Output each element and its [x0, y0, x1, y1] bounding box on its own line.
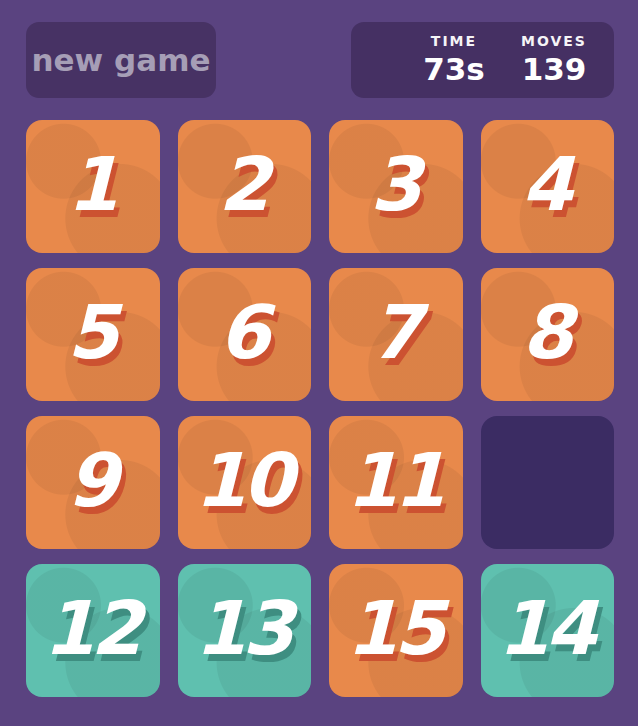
time-stat: TIME 73s	[404, 33, 504, 87]
tile-9[interactable]: 9	[26, 416, 160, 549]
time-value: 73s	[404, 51, 504, 87]
tile-2[interactable]: 2	[178, 120, 312, 253]
header: new game TIME 73s MOVES 139	[26, 22, 614, 98]
tile-7[interactable]: 7	[329, 268, 463, 401]
moves-stat: MOVES 139	[504, 33, 604, 87]
tile-10[interactable]: 10	[178, 416, 312, 549]
tile-8[interactable]: 8	[481, 268, 615, 401]
tile-5[interactable]: 5	[26, 268, 160, 401]
tile-13[interactable]: 13	[178, 564, 312, 697]
puzzle-app: new game TIME 73s MOVES 139 123456789101…	[0, 0, 638, 726]
empty-cell	[481, 416, 615, 549]
tile-3[interactable]: 3	[329, 120, 463, 253]
moves-label: MOVES	[504, 33, 604, 49]
stats-panel: TIME 73s MOVES 139	[351, 22, 614, 98]
new-game-button[interactable]: new game	[26, 22, 216, 98]
tile-1[interactable]: 1	[26, 120, 160, 253]
moves-value: 139	[504, 51, 604, 87]
tile-15[interactable]: 15	[329, 564, 463, 697]
tile-14[interactable]: 14	[481, 564, 615, 697]
app-background: { "game": "15-puzzle (4x4 sliding tile p…	[0, 0, 638, 726]
tile-4[interactable]: 4	[481, 120, 615, 253]
tile-6[interactable]: 6	[178, 268, 312, 401]
time-label: TIME	[404, 33, 504, 49]
tile-12[interactable]: 12	[26, 564, 160, 697]
board: 123456789101112131514	[26, 120, 614, 697]
tile-11[interactable]: 11	[329, 416, 463, 549]
